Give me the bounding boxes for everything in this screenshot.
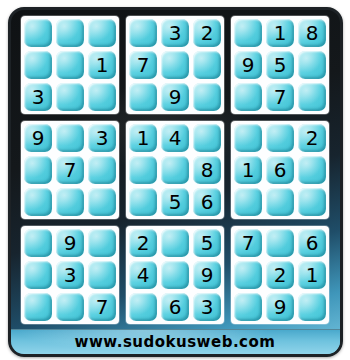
- cell-digit: 1: [137, 128, 150, 148]
- cell-r4c6[interactable]: [193, 124, 221, 152]
- cell-r9c2[interactable]: [56, 293, 84, 321]
- cell-r1c9[interactable]: 8: [298, 19, 326, 47]
- block-r2c1: 254963: [126, 226, 224, 324]
- cell-r2c1[interactable]: [24, 51, 52, 79]
- block-r1c2: 216: [231, 121, 329, 219]
- cell-r1c5[interactable]: 3: [161, 19, 189, 47]
- cell-digit: 3: [64, 265, 77, 285]
- cell-r2c8[interactable]: 5: [266, 51, 294, 79]
- cell-digit: 5: [169, 192, 182, 212]
- cell-digit: 1: [242, 160, 255, 180]
- cell-digit: 1: [274, 23, 287, 43]
- cell-r2c7[interactable]: 9: [234, 51, 262, 79]
- cell-digit: 7: [274, 87, 287, 107]
- cell-r3c8[interactable]: 7: [266, 83, 294, 111]
- cell-r7c8[interactable]: [266, 229, 294, 257]
- cell-r8c4[interactable]: 4: [129, 261, 157, 289]
- cell-r9c1[interactable]: [24, 293, 52, 321]
- cell-r1c7[interactable]: [234, 19, 262, 47]
- cell-r4c1[interactable]: 9: [24, 124, 52, 152]
- cell-r1c8[interactable]: 1: [266, 19, 294, 47]
- cell-digit: 7: [96, 297, 109, 317]
- cell-r7c2[interactable]: 9: [56, 229, 84, 257]
- cell-r6c2[interactable]: [56, 188, 84, 216]
- cell-digit: 8: [201, 160, 214, 180]
- cell-r5c5[interactable]: [161, 156, 189, 184]
- cell-r2c4[interactable]: 7: [129, 51, 157, 79]
- sudoku-board: 133279189579371485621693725496376219: [19, 16, 332, 324]
- cell-r9c6[interactable]: 3: [193, 293, 221, 321]
- cell-digit: 1: [306, 265, 319, 285]
- cell-r1c2[interactable]: [56, 19, 84, 47]
- cell-digit: 7: [137, 55, 150, 75]
- cell-digit: 6: [169, 297, 182, 317]
- cell-digit: 2: [137, 233, 150, 253]
- block-r0c0: 13: [21, 16, 119, 114]
- cell-r6c9[interactable]: [298, 188, 326, 216]
- cell-r6c6[interactable]: 6: [193, 188, 221, 216]
- cell-r9c3[interactable]: 7: [88, 293, 116, 321]
- cell-digit: 9: [169, 87, 182, 107]
- cell-digit: 3: [201, 297, 214, 317]
- cell-digit: 2: [306, 128, 319, 148]
- cell-r4c5[interactable]: 4: [161, 124, 189, 152]
- cell-digit: 9: [242, 55, 255, 75]
- cell-r2c3[interactable]: 1: [88, 51, 116, 79]
- cell-r6c5[interactable]: 5: [161, 188, 189, 216]
- cell-r2c9[interactable]: [298, 51, 326, 79]
- cell-r1c4[interactable]: [129, 19, 157, 47]
- cell-r1c3[interactable]: [88, 19, 116, 47]
- website-link[interactable]: www.sudokusweb.com: [75, 333, 276, 351]
- cell-digit: 2: [274, 265, 287, 285]
- cell-r3c3[interactable]: [88, 83, 116, 111]
- cell-r4c7[interactable]: [234, 124, 262, 152]
- cell-digit: 9: [274, 297, 287, 317]
- cell-r6c3[interactable]: [88, 188, 116, 216]
- cell-digit: 6: [306, 233, 319, 253]
- cell-r5c3[interactable]: [88, 156, 116, 184]
- cell-digit: 7: [64, 160, 77, 180]
- cell-r8c7[interactable]: [234, 261, 262, 289]
- cell-r7c4[interactable]: 2: [129, 229, 157, 257]
- block-r1c0: 937: [21, 121, 119, 219]
- cell-r6c4[interactable]: [129, 188, 157, 216]
- cell-r8c9[interactable]: 1: [298, 261, 326, 289]
- cell-r2c5[interactable]: [161, 51, 189, 79]
- cell-r1c6[interactable]: 2: [193, 19, 221, 47]
- cell-digit: 9: [32, 128, 45, 148]
- cell-r3c6[interactable]: [193, 83, 221, 111]
- cell-r8c1[interactable]: [24, 261, 52, 289]
- cell-r7c9[interactable]: 6: [298, 229, 326, 257]
- cell-digit: 3: [169, 23, 182, 43]
- cell-r9c8[interactable]: 9: [266, 293, 294, 321]
- block-r2c0: 937: [21, 226, 119, 324]
- cell-r6c7[interactable]: [234, 188, 262, 216]
- cell-r8c2[interactable]: 3: [56, 261, 84, 289]
- cell-r7c6[interactable]: 5: [193, 229, 221, 257]
- cell-digit: 9: [64, 233, 77, 253]
- cell-r5c1[interactable]: [24, 156, 52, 184]
- cell-r2c2[interactable]: [56, 51, 84, 79]
- footer-band: www.sudokusweb.com: [11, 329, 340, 354]
- cell-digit: 6: [274, 160, 287, 180]
- cell-r5c8[interactable]: 6: [266, 156, 294, 184]
- block-r2c2: 76219: [231, 226, 329, 324]
- block-r1c1: 14856: [126, 121, 224, 219]
- cell-r4c2[interactable]: [56, 124, 84, 152]
- cell-digit: 7: [242, 233, 255, 253]
- cell-r3c1[interactable]: 3: [24, 83, 52, 111]
- cell-r9c4[interactable]: [129, 293, 157, 321]
- cell-r3c7[interactable]: [234, 83, 262, 111]
- cell-r3c9[interactable]: [298, 83, 326, 111]
- cell-r7c3[interactable]: [88, 229, 116, 257]
- cell-digit: 9: [201, 265, 214, 285]
- sudoku-plaque: 133279189579371485621693725496376219 www…: [8, 7, 343, 357]
- cell-r7c1[interactable]: [24, 229, 52, 257]
- cell-r5c4[interactable]: [129, 156, 157, 184]
- cell-digit: 5: [201, 233, 214, 253]
- cell-r8c5[interactable]: [161, 261, 189, 289]
- cell-digit: 3: [32, 87, 45, 107]
- cell-r5c2[interactable]: 7: [56, 156, 84, 184]
- cell-r6c1[interactable]: [24, 188, 52, 216]
- cell-r3c5[interactable]: 9: [161, 83, 189, 111]
- cell-r5c7[interactable]: 1: [234, 156, 262, 184]
- cell-r8c3[interactable]: [88, 261, 116, 289]
- cell-r3c2[interactable]: [56, 83, 84, 111]
- cell-r3c4[interactable]: [129, 83, 157, 111]
- cell-r4c8[interactable]: [266, 124, 294, 152]
- cell-digit: 8: [306, 23, 319, 43]
- cell-r7c7[interactable]: 7: [234, 229, 262, 257]
- cell-digit: 6: [201, 192, 214, 212]
- cell-digit: 5: [274, 55, 287, 75]
- cell-r5c6[interactable]: 8: [193, 156, 221, 184]
- cell-digit: 1: [96, 55, 109, 75]
- cell-r4c4[interactable]: 1: [129, 124, 157, 152]
- cell-r4c9[interactable]: 2: [298, 124, 326, 152]
- cell-r2c6[interactable]: [193, 51, 221, 79]
- cell-digit: 2: [201, 23, 214, 43]
- cell-r9c9[interactable]: [298, 293, 326, 321]
- cell-digit: 4: [137, 265, 150, 285]
- block-r0c2: 18957: [231, 16, 329, 114]
- cell-r9c7[interactable]: [234, 293, 262, 321]
- cell-r1c1[interactable]: [24, 19, 52, 47]
- cell-r6c8[interactable]: [266, 188, 294, 216]
- block-r0c1: 3279: [126, 16, 224, 114]
- cell-r7c5[interactable]: [161, 229, 189, 257]
- cell-digit: 4: [169, 128, 182, 148]
- cell-r5c9[interactable]: [298, 156, 326, 184]
- cell-r4c3[interactable]: 3: [88, 124, 116, 152]
- cell-r8c6[interactable]: 9: [193, 261, 221, 289]
- cell-r9c5[interactable]: 6: [161, 293, 189, 321]
- cell-r8c8[interactable]: 2: [266, 261, 294, 289]
- cell-digit: 3: [96, 128, 109, 148]
